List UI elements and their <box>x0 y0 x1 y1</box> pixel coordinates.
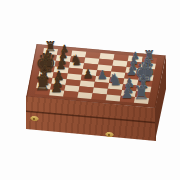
square-h6 <box>63 91 78 98</box>
square-h1 <box>134 97 149 104</box>
chess-board-frame <box>26 44 165 108</box>
chess-set-photo: ♜♝♛♚♝♞♜♞♟♟♟♟♟♟♟♟♜♞♝♛♚♝♜♞♟♟♟♟♟♟♟♟ <box>0 0 180 180</box>
square-h3 <box>106 94 121 101</box>
square-h5 <box>77 92 92 99</box>
square-h7 <box>49 89 64 96</box>
chess-board <box>35 48 157 104</box>
square-h4 <box>91 93 106 100</box>
square-h8 <box>35 88 50 95</box>
square-h2 <box>120 96 135 103</box>
